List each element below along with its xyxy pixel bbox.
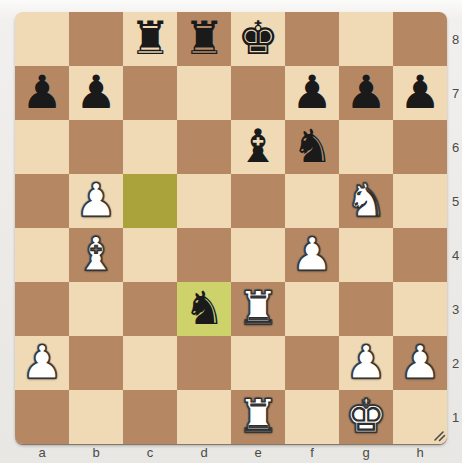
piece-black-pawn[interactable]: ♟ (345, 69, 386, 115)
rank-label-8: 8 (449, 12, 462, 66)
square-h8[interactable] (393, 12, 447, 66)
square-c8[interactable]: ♜ (123, 12, 177, 66)
file-label-g: g (339, 445, 393, 461)
piece-white-bishop[interactable]: ♝ (75, 231, 116, 277)
square-d7[interactable] (177, 66, 231, 120)
square-f1[interactable] (285, 390, 339, 444)
piece-black-bishop[interactable]: ♝ (237, 123, 278, 169)
rank-label-3: 3 (449, 282, 462, 336)
resize-diagonal-lines-icon (432, 428, 446, 442)
square-h2[interactable]: ♟ (393, 336, 447, 390)
square-f8[interactable] (285, 12, 339, 66)
square-g1[interactable]: ♚ (339, 390, 393, 444)
square-d2[interactable] (177, 336, 231, 390)
square-g7[interactable]: ♟ (339, 66, 393, 120)
square-e8[interactable]: ♚ (231, 12, 285, 66)
rank-label-6: 6 (449, 120, 462, 174)
board-resize-handle[interactable] (432, 428, 446, 442)
file-label-f: f (285, 445, 339, 461)
piece-white-knight[interactable]: ♞ (345, 177, 386, 223)
piece-black-pawn[interactable]: ♟ (75, 69, 116, 115)
square-a1[interactable] (15, 390, 69, 444)
piece-black-rook[interactable]: ♜ (129, 15, 170, 61)
square-f5[interactable] (285, 174, 339, 228)
file-coordinates: abcdefgh (15, 445, 447, 461)
square-e1[interactable]: ♜ (231, 390, 285, 444)
piece-white-rook[interactable]: ♜ (237, 285, 278, 331)
square-g8[interactable] (339, 12, 393, 66)
square-b2[interactable] (69, 336, 123, 390)
piece-black-rook[interactable]: ♜ (183, 15, 224, 61)
square-b8[interactable] (69, 12, 123, 66)
rank-coordinates: 87654321 (449, 12, 462, 444)
square-f4[interactable]: ♟ (285, 228, 339, 282)
file-label-d: d (177, 445, 231, 461)
square-a5[interactable] (15, 174, 69, 228)
file-label-h: h (393, 445, 447, 461)
chess-board: ♜♜♚♟♟♟♟♟♝♞♟♞♝♟♞♜♟♟♟♜♚ (15, 12, 447, 444)
square-g4[interactable] (339, 228, 393, 282)
square-e2[interactable] (231, 336, 285, 390)
square-c6[interactable] (123, 120, 177, 174)
square-d8[interactable]: ♜ (177, 12, 231, 66)
square-b3[interactable] (69, 282, 123, 336)
piece-black-knight[interactable]: ♞ (183, 285, 224, 331)
square-c3[interactable] (123, 282, 177, 336)
square-b4[interactable]: ♝ (69, 228, 123, 282)
piece-white-pawn[interactable]: ♟ (75, 177, 116, 223)
square-d4[interactable] (177, 228, 231, 282)
square-e3[interactable]: ♜ (231, 282, 285, 336)
square-h5[interactable] (393, 174, 447, 228)
square-c1[interactable] (123, 390, 177, 444)
square-d3[interactable]: ♞ (177, 282, 231, 336)
square-f7[interactable]: ♟ (285, 66, 339, 120)
rank-label-1: 1 (449, 390, 462, 444)
square-b6[interactable] (69, 120, 123, 174)
square-a7[interactable]: ♟ (15, 66, 69, 120)
piece-white-king[interactable]: ♚ (345, 393, 386, 439)
rank-label-2: 2 (449, 336, 462, 390)
square-a6[interactable] (15, 120, 69, 174)
square-h7[interactable]: ♟ (393, 66, 447, 120)
piece-white-pawn[interactable]: ♟ (399, 339, 440, 385)
square-f2[interactable] (285, 336, 339, 390)
square-d5[interactable] (177, 174, 231, 228)
rank-label-7: 7 (449, 66, 462, 120)
square-b5[interactable]: ♟ (69, 174, 123, 228)
square-c7[interactable] (123, 66, 177, 120)
page-background: ♜♜♚♟♟♟♟♟♝♞♟♞♝♟♞♜♟♟♟♜♚ abcdefgh 87654321 (0, 0, 462, 463)
square-h3[interactable] (393, 282, 447, 336)
piece-white-pawn[interactable]: ♟ (345, 339, 386, 385)
square-e4[interactable] (231, 228, 285, 282)
square-h6[interactable] (393, 120, 447, 174)
rank-label-4: 4 (449, 228, 462, 282)
square-e7[interactable] (231, 66, 285, 120)
square-f3[interactable] (285, 282, 339, 336)
piece-black-pawn[interactable]: ♟ (291, 69, 332, 115)
square-a8[interactable] (15, 12, 69, 66)
square-e6[interactable]: ♝ (231, 120, 285, 174)
file-label-c: c (123, 445, 177, 461)
square-c5[interactable] (123, 174, 177, 228)
piece-black-pawn[interactable]: ♟ (399, 69, 440, 115)
rank-label-5: 5 (449, 174, 462, 228)
square-h4[interactable] (393, 228, 447, 282)
piece-white-pawn[interactable]: ♟ (21, 339, 62, 385)
file-label-e: e (231, 445, 285, 461)
piece-white-rook[interactable]: ♜ (237, 393, 278, 439)
file-label-a: a (15, 445, 69, 461)
piece-white-pawn[interactable]: ♟ (291, 231, 332, 277)
square-b1[interactable] (69, 390, 123, 444)
piece-black-knight[interactable]: ♞ (291, 123, 332, 169)
square-f6[interactable]: ♞ (285, 120, 339, 174)
square-a2[interactable]: ♟ (15, 336, 69, 390)
square-e5[interactable] (231, 174, 285, 228)
square-g3[interactable] (339, 282, 393, 336)
square-g5[interactable]: ♞ (339, 174, 393, 228)
square-c2[interactable] (123, 336, 177, 390)
piece-black-king[interactable]: ♚ (237, 15, 278, 61)
square-a4[interactable] (15, 228, 69, 282)
square-g2[interactable]: ♟ (339, 336, 393, 390)
square-g6[interactable] (339, 120, 393, 174)
square-b7[interactable]: ♟ (69, 66, 123, 120)
square-d6[interactable] (177, 120, 231, 174)
square-a3[interactable] (15, 282, 69, 336)
piece-black-pawn[interactable]: ♟ (21, 69, 62, 115)
file-label-b: b (69, 445, 123, 461)
square-c4[interactable] (123, 228, 177, 282)
square-d1[interactable] (177, 390, 231, 444)
